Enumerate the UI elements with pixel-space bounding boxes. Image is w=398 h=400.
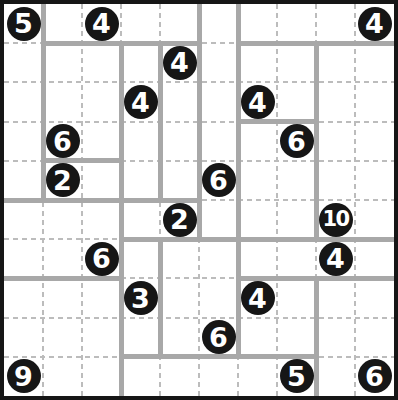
clue-circle-4-r6c8: 4 (319, 242, 353, 276)
clue-circle-5-r9c7: 5 (280, 359, 314, 393)
clue-circle-6-r9c9: 6 (358, 359, 392, 393)
clue-circle-6-r4c5: 6 (202, 163, 236, 197)
clue-circle-4-r2c3: 4 (124, 85, 158, 119)
clue-circle-6-r3c7: 6 (280, 124, 314, 158)
clue-circle-2-r5c4: 2 (163, 203, 197, 237)
clue-circle-4-r2c6: 4 (241, 85, 275, 119)
clue-circle-10-r5c8: 10 (319, 203, 353, 237)
clue-circle-3-r7c3: 3 (124, 281, 158, 315)
clue-circle-6-r3c1: 6 (46, 124, 80, 158)
clue-circle-4-r0c9: 4 (358, 7, 392, 41)
clue-circle-4-r7c6: 4 (241, 281, 275, 315)
clue-circle-9-r9c0: 9 (7, 359, 41, 393)
clue-circle-4-r0c2: 4 (85, 7, 119, 41)
clue-circle-6-r8c5: 6 (202, 320, 236, 354)
clue-layer: 544444662621064346956 (4, 4, 394, 396)
clue-circle-2-r4c1: 2 (46, 163, 80, 197)
clue-circle-5-r0c0: 5 (7, 7, 41, 41)
clue-circle-6-r6c2: 6 (85, 242, 119, 276)
clue-circle-4-r1c4: 4 (163, 46, 197, 80)
shikaku-board: 544444662621064346956 (0, 0, 398, 400)
